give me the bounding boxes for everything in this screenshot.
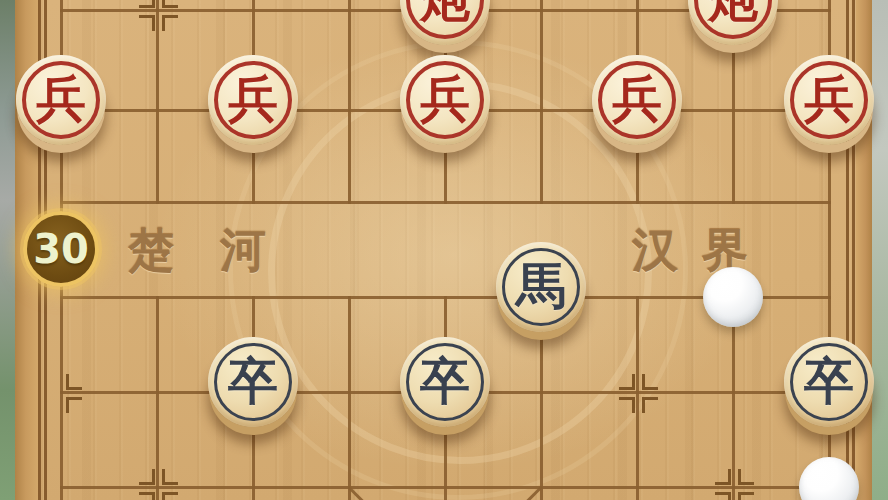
piece-character: 卒 — [804, 356, 854, 406]
piece-red-soldier[interactable]: 兵 — [592, 55, 682, 145]
white-ball-effect — [799, 457, 859, 500]
point-marker-bracket — [139, 492, 155, 500]
piece-character: 馬 — [516, 261, 566, 311]
point-marker-bracket — [66, 397, 82, 413]
timer-badge: 30 — [23, 211, 99, 287]
board-grid-and-pieces: 炮炮兵兵兵兵兵馬卒卒卒 — [0, 0, 888, 500]
grid-line-file — [348, 296, 351, 500]
piece-character: 炮 — [420, 0, 470, 24]
grid-line-file — [156, 0, 159, 204]
point-marker-bracket — [162, 0, 178, 8]
piece-red-cannon[interactable]: 炮 — [688, 0, 778, 45]
white-ball-effect — [703, 267, 763, 327]
timer-value: 30 — [33, 226, 89, 272]
piece-black-soldier[interactable]: 卒 — [400, 337, 490, 427]
piece-red-soldier[interactable]: 兵 — [784, 55, 874, 145]
point-marker-bracket — [139, 0, 155, 8]
point-marker-bracket — [715, 492, 731, 500]
point-marker-bracket — [642, 374, 658, 390]
grid-line-file — [540, 0, 543, 204]
piece-red-soldier[interactable]: 兵 — [16, 55, 106, 145]
point-marker-bracket — [66, 374, 82, 390]
grid-line-file — [348, 0, 351, 204]
piece-black-horse[interactable]: 馬 — [496, 242, 586, 332]
point-marker-bracket — [162, 492, 178, 500]
point-marker-bracket — [642, 397, 658, 413]
piece-red-soldier[interactable]: 兵 — [208, 55, 298, 145]
piece-character: 兵 — [36, 74, 86, 124]
grid-line-file — [156, 296, 159, 500]
point-marker-bracket — [738, 492, 754, 500]
piece-red-cannon[interactable]: 炮 — [400, 0, 490, 45]
point-marker-bracket — [162, 469, 178, 485]
point-marker-bracket — [619, 397, 635, 413]
piece-red-soldier[interactable]: 兵 — [400, 55, 490, 145]
point-marker-bracket — [139, 15, 155, 31]
xiangqi-game-screen: 楚河 汉界 炮炮兵兵兵兵兵馬卒卒卒 30 — [0, 0, 888, 500]
piece-black-soldier[interactable]: 卒 — [784, 337, 874, 427]
piece-black-soldier[interactable]: 卒 — [208, 337, 298, 427]
piece-character: 卒 — [420, 356, 470, 406]
piece-character: 兵 — [804, 74, 854, 124]
piece-character: 兵 — [420, 74, 470, 124]
point-marker-bracket — [738, 469, 754, 485]
point-marker-bracket — [162, 15, 178, 31]
point-marker-bracket — [139, 469, 155, 485]
piece-character: 卒 — [228, 356, 278, 406]
grid-line-file — [636, 296, 639, 500]
piece-character: 兵 — [228, 74, 278, 124]
piece-character: 炮 — [708, 0, 758, 24]
point-marker-bracket — [619, 374, 635, 390]
point-marker-bracket — [715, 469, 731, 485]
piece-character: 兵 — [612, 74, 662, 124]
